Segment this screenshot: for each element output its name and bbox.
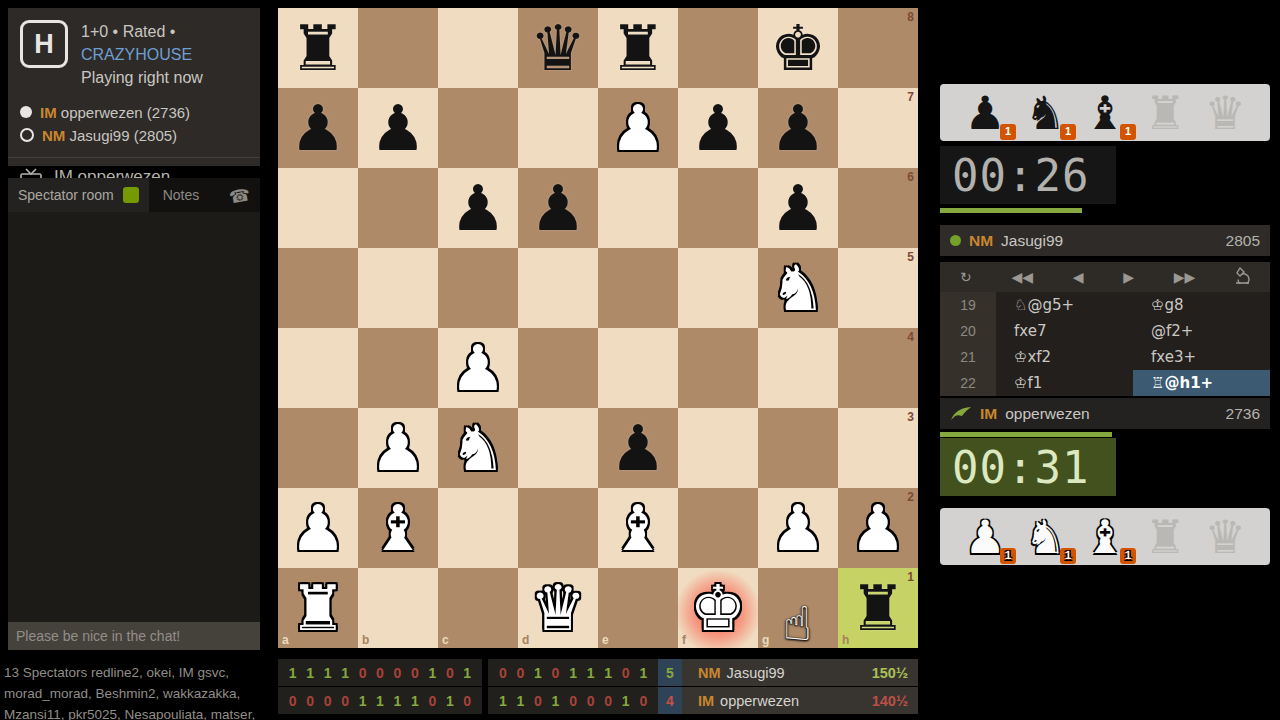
square-c6[interactable]: ♟ bbox=[438, 168, 518, 248]
result-digit: 1 bbox=[617, 693, 635, 709]
white-rating: 2736 bbox=[1226, 405, 1260, 423]
square-a4[interactable] bbox=[278, 328, 358, 408]
move-number: 21 bbox=[940, 344, 996, 370]
square-f8[interactable] bbox=[678, 8, 758, 88]
black-pawn-piece[interactable]: ♟ bbox=[438, 168, 518, 248]
result-digit: 0 bbox=[494, 665, 512, 681]
move-number: 19 bbox=[940, 292, 996, 318]
square-h4[interactable]: 4 bbox=[838, 328, 918, 408]
first-move-icon[interactable]: ◀◀ bbox=[1011, 269, 1033, 285]
result-digit: 0 bbox=[599, 693, 617, 709]
result-digit: 0 bbox=[441, 665, 458, 681]
current-set-score: 4 bbox=[658, 687, 682, 714]
move-row-22: 22♔f1♖@h1+ bbox=[940, 370, 1270, 396]
tab-spectator-room[interactable]: Spectator room bbox=[8, 178, 149, 212]
square-d2[interactable] bbox=[518, 488, 598, 568]
score-player-name[interactable]: NMJasugi99150½ bbox=[682, 659, 918, 686]
hand-cursor-icon: ☝ bbox=[783, 596, 812, 651]
rank-label-7: 7 bbox=[907, 90, 914, 104]
square-h2[interactable]: 2♟ bbox=[838, 488, 918, 568]
white-pawn-piece[interactable]: ♟ bbox=[838, 488, 918, 568]
white-pocket-tray: ♟1♞1♝1♜♛ bbox=[940, 508, 1270, 565]
white-pawn-piece[interactable]: ♟ bbox=[358, 408, 438, 488]
square-a8[interactable]: ♜ bbox=[278, 8, 358, 88]
rank-label-2: 2 bbox=[907, 490, 914, 504]
square-c8[interactable] bbox=[438, 8, 518, 88]
white-clock: 00:31 bbox=[940, 438, 1116, 496]
move-number: 22 bbox=[940, 370, 996, 396]
result-digit: 1 bbox=[529, 665, 547, 681]
pocket-count-badge: 1 bbox=[1000, 548, 1016, 564]
black-pawn-piece[interactable]: ♟ bbox=[598, 408, 678, 488]
black-move-19[interactable]: ♔g8 bbox=[1133, 292, 1270, 318]
square-f6[interactable] bbox=[678, 168, 758, 248]
square-g8[interactable]: ♚ bbox=[758, 8, 838, 88]
square-b3[interactable]: ♟ bbox=[358, 408, 438, 488]
black-clock: 00:26 bbox=[940, 146, 1116, 204]
white-king-piece[interactable]: ♚ bbox=[678, 568, 758, 648]
square-f4[interactable] bbox=[678, 328, 758, 408]
tab-notes[interactable]: Notes bbox=[149, 178, 214, 212]
black-rook-piece[interactable]: ♜ bbox=[838, 568, 918, 648]
current-set-score: 5 bbox=[658, 659, 682, 686]
file-label-a: a bbox=[282, 633, 289, 647]
square-d1[interactable]: d♛ bbox=[518, 568, 598, 648]
square-e1[interactable]: e bbox=[598, 568, 678, 648]
square-b4[interactable] bbox=[358, 328, 438, 408]
square-a5[interactable] bbox=[278, 248, 358, 328]
square-f3[interactable] bbox=[678, 408, 758, 488]
result-digit: 1 bbox=[389, 693, 406, 709]
match-score-sheet: 111100001010010111015NMJasugi99150½00001… bbox=[278, 659, 918, 715]
white-knight-piece[interactable]: ♞ bbox=[438, 408, 518, 488]
result-digit: 0 bbox=[284, 693, 301, 709]
move-list: 19♘@g5+♔g820fxe7@f2+21♔xf2fxe3+22♔f1♖@h1… bbox=[940, 292, 1270, 396]
result-digit: 1 bbox=[635, 665, 653, 681]
result-digit: 0 bbox=[424, 693, 441, 709]
match-total: 140½ bbox=[872, 693, 918, 709]
pocket-count-badge: 1 bbox=[1060, 124, 1076, 140]
square-d7[interactable] bbox=[518, 88, 598, 168]
last-move-icon[interactable]: ▶▶ bbox=[1174, 269, 1196, 285]
square-h7[interactable]: 7 bbox=[838, 88, 918, 168]
patron-wing-icon bbox=[950, 406, 972, 422]
white-move-22[interactable]: ♔f1 bbox=[996, 370, 1133, 396]
chess-board: ♜♛♜♚8♟♟♟♟♟7♟♟♟6♞5♟4♟♞♟3♟♝♝♟2♟a♜bcd♛ef♚g1… bbox=[278, 8, 918, 648]
result-digit: 1 bbox=[354, 693, 371, 709]
black-time-bar bbox=[940, 208, 1082, 213]
game-results-group1: 00001111010 bbox=[278, 687, 482, 714]
white-pawn-piece[interactable]: ♟ bbox=[278, 488, 358, 568]
result-digit: 1 bbox=[599, 665, 617, 681]
chat-toggle[interactable] bbox=[123, 187, 139, 203]
white-player-name[interactable]: opperwezen bbox=[1005, 405, 1089, 423]
analysis-microscope-icon[interactable] bbox=[1235, 267, 1250, 287]
square-a6[interactable] bbox=[278, 168, 358, 248]
result-digit: 0 bbox=[406, 665, 423, 681]
result-digit: 1 bbox=[284, 665, 301, 681]
white-pocket-knight[interactable]: ♞1 bbox=[1020, 511, 1070, 563]
black-color-icon bbox=[20, 128, 34, 142]
white-bishop-piece[interactable]: ♝ bbox=[598, 488, 678, 568]
square-b2[interactable]: ♝ bbox=[358, 488, 438, 568]
score-player-name[interactable]: IMopperwezen140½ bbox=[682, 687, 918, 714]
move-row-20: 20fxe7@f2+ bbox=[940, 318, 1270, 344]
square-f7[interactable]: ♟ bbox=[678, 88, 758, 168]
black-move-20[interactable]: @f2+ bbox=[1133, 318, 1270, 344]
result-digit: 1 bbox=[564, 665, 582, 681]
square-e3[interactable]: ♟ bbox=[598, 408, 678, 488]
result-digit: 0 bbox=[371, 665, 388, 681]
result-digit: 1 bbox=[459, 665, 476, 681]
square-e4[interactable] bbox=[598, 328, 678, 408]
pocket-count-badge: 1 bbox=[1120, 548, 1136, 564]
time-control-rated-label: 1+0 • Rated • bbox=[81, 23, 175, 40]
square-d5[interactable] bbox=[518, 248, 598, 328]
move-nav-bar: ↻ ◀◀ ◀ ▶ ▶▶ bbox=[940, 262, 1270, 292]
spectator-line: 13 Spectators redline2, okei, IM gsvc, bbox=[4, 663, 276, 684]
rank-label-3: 3 bbox=[907, 410, 914, 424]
square-a2[interactable]: ♟ bbox=[278, 488, 358, 568]
square-b8[interactable] bbox=[358, 8, 438, 88]
square-h3[interactable]: 3 bbox=[838, 408, 918, 488]
result-digit: 0 bbox=[301, 693, 318, 709]
game-results-group2: 110100010 bbox=[488, 687, 658, 714]
result-digit: 1 bbox=[406, 693, 423, 709]
variant-link[interactable]: CRAZYHOUSE bbox=[81, 46, 192, 63]
result-digit: 0 bbox=[336, 693, 353, 709]
black-king-piece[interactable]: ♚ bbox=[758, 8, 838, 88]
online-dot-icon bbox=[950, 235, 961, 246]
result-digit: 0 bbox=[547, 665, 565, 681]
flip-board-icon[interactable]: ↻ bbox=[960, 269, 972, 285]
player-list: IM opperwezen (2736) NM Jasugi99 (2805) bbox=[20, 101, 248, 148]
square-g2[interactable]: ♟ bbox=[758, 488, 838, 568]
player-name: opperwezen bbox=[720, 693, 799, 709]
player-title: IM bbox=[698, 693, 714, 709]
game-meta: 1+0 • Rated • CRAZYHOUSE Playing right n… bbox=[81, 20, 248, 90]
white-pawn-piece[interactable]: ♟ bbox=[758, 488, 838, 568]
player-name: Jasugi99 bbox=[727, 665, 785, 681]
rank-label-6: 6 bbox=[907, 170, 914, 184]
result-digit: 1 bbox=[512, 693, 530, 709]
game-results-group2: 001011101 bbox=[488, 659, 658, 686]
square-e5[interactable] bbox=[598, 248, 678, 328]
square-c1[interactable]: c bbox=[438, 568, 518, 648]
square-g5[interactable]: ♞ bbox=[758, 248, 838, 328]
square-c7[interactable] bbox=[438, 88, 518, 168]
result-digit: 1 bbox=[336, 665, 353, 681]
move-row-19: 19♘@g5+♔g8 bbox=[940, 292, 1270, 318]
white-time-bar bbox=[940, 432, 1112, 437]
white-rook-piece[interactable]: ♜ bbox=[278, 568, 358, 648]
pocket-count-badge: 1 bbox=[1000, 124, 1016, 140]
move-row-21: 21♔xf2fxe3+ bbox=[940, 344, 1270, 370]
black-pocket-knight[interactable]: ♞1 bbox=[1020, 87, 1070, 139]
spectator-line: Mzansi11, pkr5025, Nesapouliata, matser, bbox=[4, 705, 276, 720]
white-color-icon bbox=[20, 106, 32, 118]
result-digit: 0 bbox=[635, 693, 653, 709]
prev-move-icon[interactable]: ◀ bbox=[1073, 269, 1084, 285]
result-digit: 0 bbox=[389, 665, 406, 681]
square-g4[interactable] bbox=[758, 328, 838, 408]
file-label-e: e bbox=[602, 633, 609, 647]
black-pawn-piece[interactable]: ♟ bbox=[358, 88, 438, 168]
square-a7[interactable]: ♟ bbox=[278, 88, 358, 168]
square-b6[interactable] bbox=[358, 168, 438, 248]
white-pawn-piece[interactable]: ♟ bbox=[438, 328, 518, 408]
file-label-d: d bbox=[522, 633, 529, 647]
phone-icon[interactable]: ☎ bbox=[226, 176, 263, 215]
square-h6[interactable]: 6 bbox=[838, 168, 918, 248]
move-number: 20 bbox=[940, 318, 996, 344]
file-label-f: f bbox=[682, 633, 686, 647]
lichess-crazyhouse-spectate-page: H 1+0 • Rated • CRAZYHOUSE Playing right… bbox=[0, 0, 1280, 720]
white-player-row: IM opperwezen 2736 bbox=[940, 398, 1270, 429]
result-digit: 1 bbox=[494, 693, 512, 709]
chat-tabs: Spectator room Notes ☎ bbox=[8, 178, 260, 212]
white-title: IM bbox=[40, 104, 57, 121]
square-h1[interactable]: 1h♜ bbox=[838, 568, 918, 648]
square-c3[interactable]: ♞ bbox=[438, 408, 518, 488]
square-f5[interactable] bbox=[678, 248, 758, 328]
white-title: IM bbox=[980, 405, 997, 423]
square-e6[interactable] bbox=[598, 168, 678, 248]
player-title: NM bbox=[698, 665, 721, 681]
square-c4[interactable]: ♟ bbox=[438, 328, 518, 408]
square-g6[interactable]: ♟ bbox=[758, 168, 838, 248]
result-digit: 0 bbox=[582, 693, 600, 709]
result-digit: 1 bbox=[301, 665, 318, 681]
rank-label-1: 1 bbox=[907, 570, 914, 584]
chat-messages-area bbox=[8, 212, 260, 622]
black-player-name[interactable]: Jasugi99 bbox=[1001, 232, 1063, 250]
black-title: NM bbox=[969, 232, 993, 250]
black-pawn-piece[interactable]: ♟ bbox=[278, 88, 358, 168]
white-pocket-bishop[interactable]: ♝1 bbox=[1080, 511, 1130, 563]
black-pocket-queen-empty[interactable]: ♛ bbox=[1200, 87, 1250, 139]
black-move-22[interactable]: ♖@h1+ bbox=[1133, 370, 1270, 396]
black-rook-piece[interactable]: ♜ bbox=[278, 8, 358, 88]
black-rook-piece[interactable]: ♜ bbox=[598, 8, 678, 88]
result-digit: 1 bbox=[582, 665, 600, 681]
black-pocket-tray: ♟1♞1♝1♜♛ bbox=[940, 84, 1270, 141]
square-a1[interactable]: a♜ bbox=[278, 568, 358, 648]
white-bishop-piece[interactable]: ♝ bbox=[358, 488, 438, 568]
black-pawn-piece[interactable]: ♟ bbox=[758, 88, 838, 168]
rank-label-8: 8 bbox=[907, 10, 914, 24]
chat-input[interactable] bbox=[8, 622, 260, 650]
black-title: NM bbox=[42, 127, 65, 144]
square-c5[interactable] bbox=[438, 248, 518, 328]
result-digit: 1 bbox=[319, 665, 336, 681]
square-e8[interactable]: ♜ bbox=[598, 8, 678, 88]
result-digit: 1 bbox=[547, 693, 565, 709]
white-move-19[interactable]: ♘@g5+ bbox=[996, 292, 1133, 318]
square-c2[interactable] bbox=[438, 488, 518, 568]
white-queen-piece[interactable]: ♛ bbox=[518, 568, 598, 648]
pocket-count-badge: 1 bbox=[1060, 548, 1076, 564]
square-d3[interactable] bbox=[518, 408, 598, 488]
black-pocket-bishop[interactable]: ♝1 bbox=[1080, 87, 1130, 139]
square-h5[interactable]: 5 bbox=[838, 248, 918, 328]
square-b7[interactable]: ♟ bbox=[358, 88, 438, 168]
square-f1[interactable]: f♚ bbox=[678, 568, 758, 648]
square-d4[interactable] bbox=[518, 328, 598, 408]
square-b1[interactable]: b bbox=[358, 568, 438, 648]
square-a3[interactable] bbox=[278, 408, 358, 488]
game-meta-line1: 1+0 • Rated • CRAZYHOUSE bbox=[81, 20, 248, 66]
square-h8[interactable]: 8 bbox=[838, 8, 918, 88]
black-move-21[interactable]: fxe3+ bbox=[1133, 344, 1270, 370]
black-pawn-piece[interactable]: ♟ bbox=[678, 88, 758, 168]
black-pocket-rook-empty[interactable]: ♜ bbox=[1140, 87, 1190, 139]
pocket-count-badge: 1 bbox=[1120, 124, 1136, 140]
square-e7[interactable]: ♟ bbox=[598, 88, 678, 168]
black-queen-piece[interactable]: ♛ bbox=[518, 8, 598, 88]
spectator-line: morad_morad, Beshmin2, wakkazakka, bbox=[4, 684, 276, 705]
square-g3[interactable] bbox=[758, 408, 838, 488]
white-move-20[interactable]: fxe7 bbox=[996, 318, 1133, 344]
white-pocket-rook-empty[interactable]: ♜ bbox=[1140, 511, 1190, 563]
result-digit: 0 bbox=[564, 693, 582, 709]
black-player-row: NM Jasugi99 2805 bbox=[940, 225, 1270, 256]
rank-label-5: 5 bbox=[907, 250, 914, 264]
square-e2[interactable]: ♝ bbox=[598, 488, 678, 568]
white-pocket-queen-empty[interactable]: ♛ bbox=[1200, 511, 1250, 563]
match-total: 150½ bbox=[872, 665, 918, 681]
black-pawn-piece[interactable]: ♟ bbox=[518, 168, 598, 248]
tab-spectator-room-label: Spectator room bbox=[18, 187, 114, 203]
result-digit: 1 bbox=[441, 693, 458, 709]
file-label-c: c bbox=[442, 633, 449, 647]
file-label-b: b bbox=[362, 633, 369, 647]
black-rating: 2805 bbox=[1226, 232, 1260, 250]
file-label-h: h bbox=[842, 633, 849, 647]
white-pocket-pawn[interactable]: ♟1 bbox=[960, 511, 1010, 563]
score-row-opperwezen: 000011110101101000104IMopperwezen140½ bbox=[278, 687, 918, 714]
square-f2[interactable] bbox=[678, 488, 758, 568]
black-pawn-piece[interactable]: ♟ bbox=[758, 168, 838, 248]
game-results-group1: 11110000101 bbox=[278, 659, 482, 686]
black-name-rating: Jasugi99 (2805) bbox=[70, 127, 178, 144]
file-label-g: g bbox=[762, 633, 769, 647]
game-info-header: H 1+0 • Rated • CRAZYHOUSE Playing right… bbox=[20, 20, 248, 90]
square-d8[interactable]: ♛ bbox=[518, 8, 598, 88]
white-move-21[interactable]: ♔xf2 bbox=[996, 344, 1133, 370]
white-name-rating: opperwezen (2736) bbox=[61, 104, 190, 121]
result-digit: 0 bbox=[529, 693, 547, 709]
rank-label-4: 4 bbox=[907, 330, 914, 344]
result-digit: 1 bbox=[371, 693, 388, 709]
game-status: Playing right now bbox=[81, 66, 248, 89]
result-digit: 1 bbox=[424, 665, 441, 681]
white-pawn-piece[interactable]: ♟ bbox=[598, 88, 678, 168]
divider bbox=[8, 157, 260, 158]
white-knight-piece[interactable]: ♞ bbox=[758, 248, 838, 328]
black-player-line[interactable]: NM Jasugi99 (2805) bbox=[20, 124, 248, 147]
square-g7[interactable]: ♟ bbox=[758, 88, 838, 168]
result-digit: 0 bbox=[459, 693, 476, 709]
black-pocket-pawn[interactable]: ♟1 bbox=[960, 87, 1010, 139]
score-row-Jasugi99: 111100001010010111015NMJasugi99150½ bbox=[278, 659, 918, 686]
white-player-line[interactable]: IM opperwezen (2736) bbox=[20, 101, 248, 124]
result-digit: 0 bbox=[319, 693, 336, 709]
spectator-list: 13 Spectators redline2, okei, IM gsvc, m… bbox=[4, 663, 276, 720]
square-d6[interactable]: ♟ bbox=[518, 168, 598, 248]
square-b5[interactable] bbox=[358, 248, 438, 328]
result-digit: 0 bbox=[617, 665, 635, 681]
game-info-panel: H 1+0 • Rated • CRAZYHOUSE Playing right… bbox=[8, 8, 260, 166]
next-move-icon[interactable]: ▶ bbox=[1123, 269, 1134, 285]
result-digit: 0 bbox=[512, 665, 530, 681]
result-digit: 0 bbox=[354, 665, 371, 681]
crazyhouse-variant-icon: H bbox=[20, 20, 68, 68]
